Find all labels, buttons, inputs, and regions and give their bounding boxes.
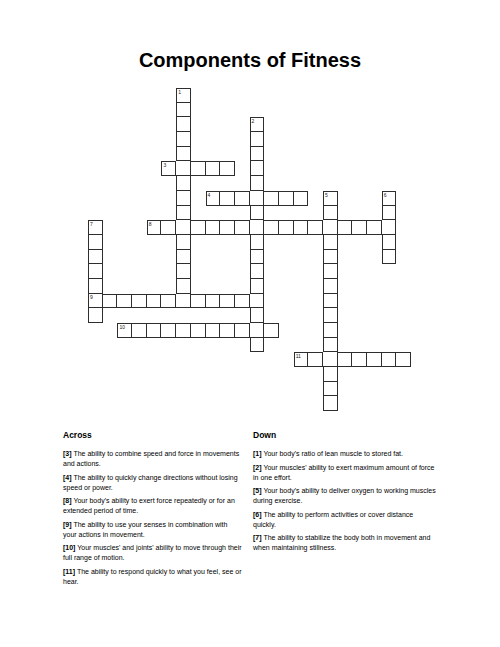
- crossword-grid: 1234567891011: [88, 88, 411, 411]
- grid-cell[interactable]: [250, 220, 265, 235]
- grid-cell[interactable]: [132, 323, 147, 338]
- grid-cell[interactable]: [323, 352, 338, 367]
- across-clues: [3] The ability to combine speed and for…: [63, 449, 243, 587]
- clue-number: 9: [90, 294, 93, 300]
- grid-cell[interactable]: [323, 279, 338, 294]
- grid-cell[interactable]: [206, 220, 221, 235]
- clue-number-label: [6]: [253, 511, 262, 518]
- grid-cell[interactable]: [220, 323, 235, 338]
- grid-cell[interactable]: [323, 235, 338, 250]
- grid-cell[interactable]: [176, 176, 191, 191]
- grid-cell[interactable]: 8: [147, 220, 162, 235]
- grid-cell[interactable]: [367, 220, 382, 235]
- grid-cell[interactable]: [382, 250, 397, 265]
- grid-cell[interactable]: [264, 191, 279, 206]
- clue-number-label: [4]: [63, 474, 72, 481]
- grid-cell[interactable]: [117, 294, 132, 309]
- down-clue-1: [1] Your body's ratio of lean muscle to …: [253, 449, 436, 459]
- grid-cell[interactable]: [279, 191, 294, 206]
- grid-cell[interactable]: [176, 147, 191, 162]
- clue-number: 5: [325, 192, 328, 198]
- puzzle-title: Components of Fitness: [0, 49, 500, 72]
- grid-cell[interactable]: [176, 294, 191, 309]
- clue-number-label: [11]: [63, 568, 75, 575]
- grid-cell[interactable]: [294, 220, 309, 235]
- grid-cell[interactable]: [250, 191, 265, 206]
- clue-number: 7: [90, 221, 93, 227]
- grid-cell[interactable]: [352, 352, 367, 367]
- grid-cell[interactable]: [206, 161, 221, 176]
- grid-cell[interactable]: 2: [250, 117, 265, 132]
- grid-cell[interactable]: [88, 308, 103, 323]
- clue-number: 8: [149, 221, 152, 227]
- grid-cell[interactable]: [176, 323, 191, 338]
- grid-cell[interactable]: [191, 220, 206, 235]
- grid-cell[interactable]: [176, 103, 191, 118]
- down-clue-7: [7] The ability to stabilize the body bo…: [253, 533, 436, 553]
- grid-cell[interactable]: [191, 161, 206, 176]
- grid-cell[interactable]: 7: [88, 220, 103, 235]
- grid-cell[interactable]: [235, 220, 250, 235]
- grid-cell[interactable]: [367, 352, 382, 367]
- across-heading: Across: [63, 430, 243, 440]
- clue-number: 11: [296, 353, 301, 359]
- grid-cell[interactable]: [250, 132, 265, 147]
- down-clues-section: Down [1] Your body's ratio of lean muscl…: [253, 430, 436, 557]
- grid-cell[interactable]: [176, 235, 191, 250]
- grid-cell[interactable]: [206, 323, 221, 338]
- grid-cell[interactable]: [323, 294, 338, 309]
- grid-cell[interactable]: [279, 220, 294, 235]
- grid-cell[interactable]: [88, 250, 103, 265]
- grid-cell[interactable]: [235, 323, 250, 338]
- grid-cell[interactable]: [176, 132, 191, 147]
- grid-cell[interactable]: [132, 294, 147, 309]
- grid-cell[interactable]: [250, 147, 265, 162]
- grid-cell[interactable]: [161, 220, 176, 235]
- grid-cell[interactable]: [250, 338, 265, 353]
- across-clue-3: [3] The ability to combine speed and for…: [63, 449, 243, 469]
- grid-cell[interactable]: [264, 323, 279, 338]
- grid-cell[interactable]: [250, 308, 265, 323]
- page: { "page_title": "Components of Fitness",…: [0, 0, 500, 647]
- clue-number-label: [7]: [253, 534, 262, 541]
- clue-number: 10: [119, 324, 125, 330]
- across-clue-8: [8] Your body's ability to exert force r…: [63, 496, 243, 516]
- grid-cell[interactable]: [323, 338, 338, 353]
- across-clue-9: [9] The ability to use your senses in co…: [63, 520, 243, 540]
- grid-cell[interactable]: [176, 279, 191, 294]
- grid-cell[interactable]: [176, 250, 191, 265]
- grid-cell[interactable]: [161, 323, 176, 338]
- clue-number-label: [2]: [253, 464, 262, 471]
- across-clue-4: [4] The ability to quickly change direct…: [63, 473, 243, 493]
- grid-cell[interactable]: [308, 352, 323, 367]
- grid-cell[interactable]: [382, 235, 397, 250]
- grid-cell[interactable]: [191, 294, 206, 309]
- grid-cell[interactable]: 3: [161, 161, 176, 176]
- grid-cell[interactable]: [250, 161, 265, 176]
- grid-cell[interactable]: 4: [206, 191, 221, 206]
- clue-number-label: [1]: [253, 450, 262, 457]
- grid-cell[interactable]: 10: [117, 323, 132, 338]
- grid-cell[interactable]: [88, 235, 103, 250]
- grid-cell[interactable]: [161, 294, 176, 309]
- grid-cell[interactable]: [250, 323, 265, 338]
- grid-cell[interactable]: [338, 352, 353, 367]
- grid-cell[interactable]: [220, 294, 235, 309]
- grid-cell[interactable]: [250, 264, 265, 279]
- across-clues-section: Across [3] The ability to combine speed …: [63, 430, 243, 590]
- across-clue-11: [11] The ability to respond quickly to w…: [63, 567, 243, 587]
- clue-number: 1: [178, 89, 181, 95]
- clue-number: 6: [384, 192, 387, 198]
- grid-cell[interactable]: [323, 206, 338, 221]
- grid-cell[interactable]: [206, 294, 221, 309]
- down-heading: Down: [253, 430, 436, 440]
- grid-cell[interactable]: [382, 220, 397, 235]
- grid-cell[interactable]: [176, 264, 191, 279]
- down-clue-2: [2] Your muscles' ability to exert maxim…: [253, 463, 436, 483]
- grid-cell[interactable]: [323, 264, 338, 279]
- grid-cell[interactable]: [250, 279, 265, 294]
- grid-cell[interactable]: 9: [88, 294, 103, 309]
- clue-number-label: [5]: [253, 487, 262, 494]
- across-clue-10: [10] Your muscles' and joints' ability t…: [63, 543, 243, 563]
- clue-number-label: [9]: [63, 521, 72, 528]
- grid-cell[interactable]: [323, 308, 338, 323]
- clue-number-label: [10]: [63, 544, 75, 551]
- grid-cell[interactable]: [235, 294, 250, 309]
- grid-cell[interactable]: [176, 161, 191, 176]
- grid-cell[interactable]: [235, 191, 250, 206]
- grid-cell[interactable]: [220, 161, 235, 176]
- grid-cell[interactable]: 1: [176, 88, 191, 103]
- grid-cell[interactable]: [147, 294, 162, 309]
- grid-cell[interactable]: [250, 235, 265, 250]
- grid-cell[interactable]: [323, 367, 338, 382]
- grid-cell[interactable]: [338, 220, 353, 235]
- clue-number-label: [8]: [63, 497, 72, 504]
- clue-number: 3: [163, 162, 166, 168]
- grid-cell[interactable]: [396, 352, 411, 367]
- grid-cell[interactable]: [323, 382, 338, 397]
- grid-cell[interactable]: [264, 220, 279, 235]
- grid-cell[interactable]: [382, 352, 397, 367]
- grid-cell[interactable]: [323, 250, 338, 265]
- grid-cell[interactable]: [250, 176, 265, 191]
- grid-cell[interactable]: 5: [323, 191, 338, 206]
- grid-cell[interactable]: [220, 191, 235, 206]
- grid-cell[interactable]: [88, 264, 103, 279]
- grid-cell[interactable]: 6: [382, 191, 397, 206]
- grid-cell[interactable]: [176, 220, 191, 235]
- clue-number: 4: [208, 192, 211, 198]
- grid-cell[interactable]: [250, 294, 265, 309]
- down-clues: [1] Your body's ratio of lean muscle to …: [253, 449, 436, 553]
- grid-cell[interactable]: [323, 220, 338, 235]
- grid-cell[interactable]: [294, 191, 309, 206]
- grid-cell[interactable]: [176, 206, 191, 221]
- down-clue-6: [6] The ability to perform activities or…: [253, 510, 436, 530]
- down-clue-5: [5] Your body's ability to deliver oxyge…: [253, 486, 436, 506]
- grid-cell[interactable]: [220, 220, 235, 235]
- grid-cell[interactable]: [323, 323, 338, 338]
- grid-cell[interactable]: [147, 323, 162, 338]
- clue-number-label: [3]: [63, 450, 72, 457]
- grid-cell[interactable]: [176, 117, 191, 132]
- grid-cell[interactable]: [352, 220, 367, 235]
- grid-cell[interactable]: [250, 206, 265, 221]
- grid-cell[interactable]: [88, 279, 103, 294]
- grid-cell[interactable]: [323, 396, 338, 411]
- grid-cell[interactable]: [250, 250, 265, 265]
- grid-cell[interactable]: [382, 206, 397, 221]
- grid-cell[interactable]: [191, 323, 206, 338]
- grid-cell[interactable]: [103, 294, 118, 309]
- grid-cell[interactable]: [176, 191, 191, 206]
- grid-cell[interactable]: 11: [294, 352, 309, 367]
- clue-number: 2: [252, 118, 255, 124]
- grid-cell[interactable]: [308, 220, 323, 235]
